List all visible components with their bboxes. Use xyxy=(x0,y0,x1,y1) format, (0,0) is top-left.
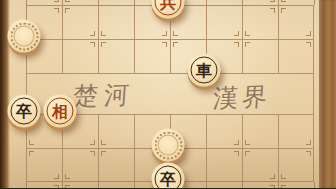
point-marker xyxy=(54,8,59,13)
grid-line-stub xyxy=(134,182,135,188)
grid-line-stub xyxy=(134,0,135,5)
grid-line-stub xyxy=(62,0,63,5)
point-marker xyxy=(65,0,70,2)
point-marker xyxy=(54,174,59,179)
point-marker xyxy=(54,185,59,188)
point-marker xyxy=(173,31,178,36)
point-marker xyxy=(245,31,250,36)
point-marker xyxy=(101,140,106,145)
piece-character: 相 xyxy=(44,95,77,128)
point-marker xyxy=(306,151,311,156)
river-label-han-jie: 漢界 xyxy=(212,80,272,115)
grid-line-stub xyxy=(98,0,99,5)
point-marker xyxy=(234,42,239,47)
point-marker xyxy=(173,42,178,47)
grid-line-stub xyxy=(26,182,27,188)
piece-character: 卒 xyxy=(8,95,41,128)
point-marker xyxy=(29,151,34,156)
point-marker xyxy=(245,42,250,47)
point-marker xyxy=(281,8,286,13)
piece-red-soldier[interactable]: 兵 xyxy=(152,0,185,19)
hidden-piece-face xyxy=(14,26,35,47)
point-marker xyxy=(90,31,95,36)
point-marker xyxy=(306,140,311,145)
piece-black-soldier[interactable]: 卒 xyxy=(152,163,185,189)
grid-line-stub xyxy=(206,182,207,188)
piece-hidden-piece[interactable] xyxy=(8,20,41,53)
grid-line-stub xyxy=(62,182,63,188)
point-marker xyxy=(281,185,286,188)
piece-black-soldier[interactable]: 卒 xyxy=(8,95,41,128)
grid-line-stub xyxy=(278,182,279,188)
point-marker xyxy=(90,151,95,156)
grid-line-stub xyxy=(278,0,279,5)
point-marker xyxy=(270,185,275,188)
river-label-chu-he: 楚河 xyxy=(72,78,136,113)
piece-red-elephant[interactable]: 相 xyxy=(44,95,77,128)
xiangqi-board[interactable]: 楚河 漢界 兵車卒相卒 xyxy=(0,0,336,188)
piece-character: 卒 xyxy=(152,163,185,189)
point-marker xyxy=(54,0,59,2)
grid-line-stub xyxy=(206,0,207,5)
grid-line-stub xyxy=(314,0,315,5)
point-marker xyxy=(306,42,311,47)
point-marker xyxy=(90,140,95,145)
point-marker xyxy=(90,42,95,47)
point-marker xyxy=(65,174,70,179)
point-marker xyxy=(234,31,239,36)
point-marker xyxy=(245,151,250,156)
piece-character: 車 xyxy=(188,54,221,87)
point-marker xyxy=(245,140,250,145)
piece-black-chariot[interactable]: 車 xyxy=(188,54,221,87)
point-marker xyxy=(101,31,106,36)
board-cell xyxy=(134,73,170,114)
grid-line-stub xyxy=(314,182,315,188)
point-marker xyxy=(234,140,239,145)
point-marker xyxy=(281,174,286,179)
point-marker xyxy=(29,140,34,145)
piece-character: 兵 xyxy=(152,0,185,19)
board-cell xyxy=(278,73,314,114)
point-marker xyxy=(101,151,106,156)
point-marker xyxy=(270,174,275,179)
point-marker xyxy=(281,0,286,2)
point-marker xyxy=(101,42,106,47)
point-marker xyxy=(270,0,275,2)
point-marker xyxy=(65,8,70,13)
grid-line-stub xyxy=(98,182,99,188)
grid-line-stub xyxy=(242,182,243,188)
point-marker xyxy=(234,151,239,156)
point-marker xyxy=(306,31,311,36)
point-marker xyxy=(65,185,70,188)
point-marker xyxy=(162,31,167,36)
hidden-piece-face xyxy=(158,135,179,156)
grid-line-stub xyxy=(242,0,243,5)
board-right-frame xyxy=(319,0,336,188)
point-marker xyxy=(270,8,275,13)
grid-line-stub xyxy=(26,0,27,5)
piece-hidden-piece[interactable] xyxy=(152,129,185,162)
point-marker xyxy=(162,42,167,47)
